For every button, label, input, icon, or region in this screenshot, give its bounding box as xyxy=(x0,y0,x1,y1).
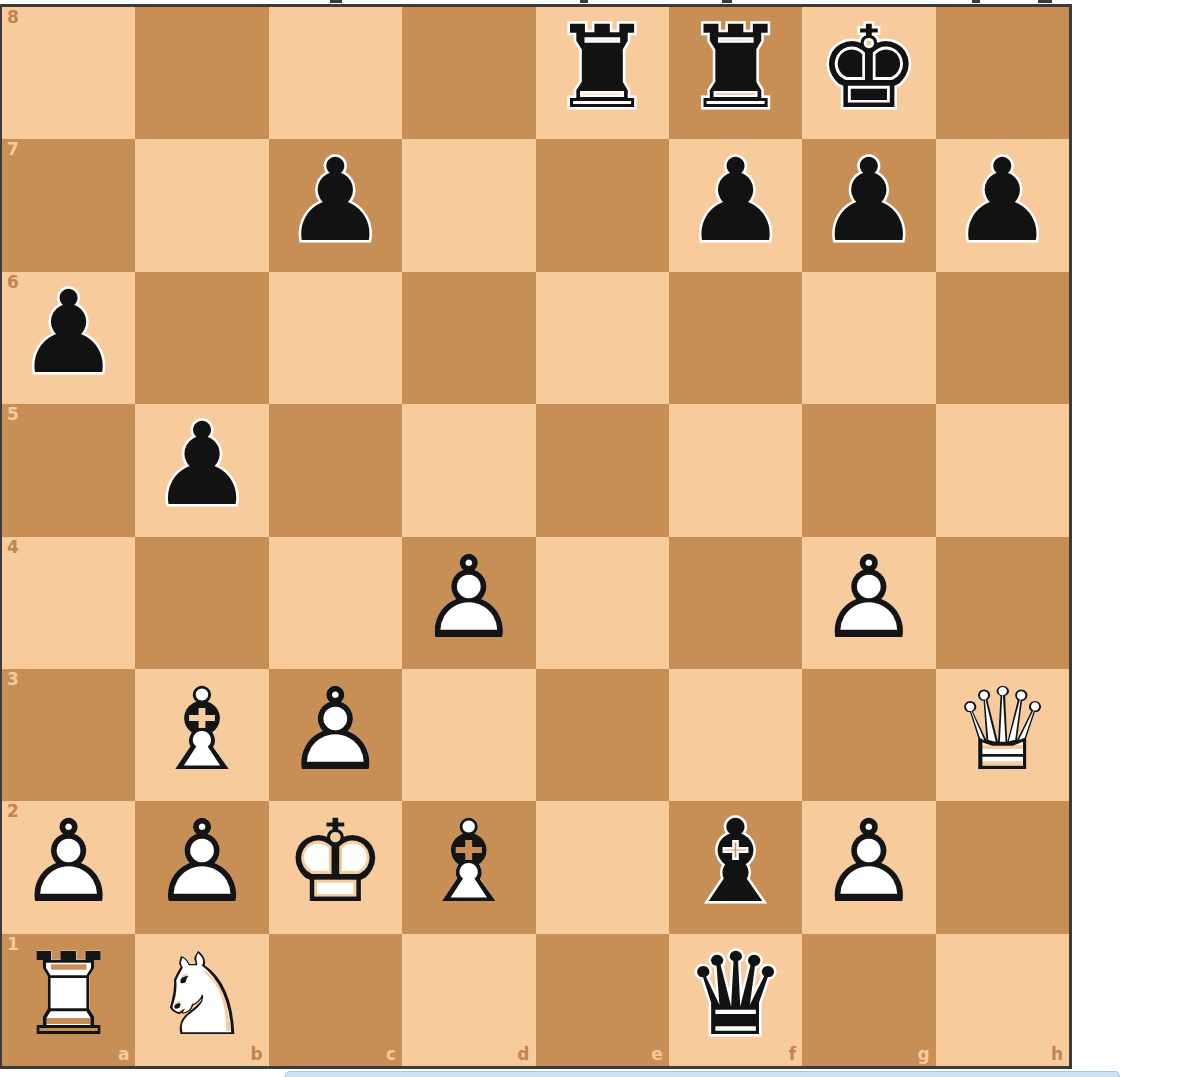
square-c2[interactable]: ♚♔ xyxy=(269,801,402,933)
square-c8[interactable] xyxy=(269,7,402,139)
black-pawn-icon: ♟♟ xyxy=(669,139,802,271)
white-rook-icon: ♜♖ xyxy=(2,934,135,1066)
white-queen-icon: ♛♕ xyxy=(936,669,1069,801)
square-c6[interactable] xyxy=(269,272,402,404)
square-g2[interactable]: ♟♙ xyxy=(802,801,935,933)
square-h8[interactable] xyxy=(936,7,1069,139)
square-h1[interactable]: h xyxy=(936,934,1069,1066)
black-pawn-icon: ♟♟ xyxy=(269,139,402,271)
square-g3[interactable] xyxy=(802,669,935,801)
square-f7[interactable]: ♟♟ xyxy=(669,139,802,271)
square-d4[interactable]: ♟♙ xyxy=(402,537,535,669)
square-f6[interactable] xyxy=(669,272,802,404)
square-c1[interactable]: c xyxy=(269,934,402,1066)
square-h7[interactable]: ♟♟ xyxy=(936,139,1069,271)
square-a6[interactable]: 6♟♟ xyxy=(2,272,135,404)
black-queen-icon: ♛♛ xyxy=(669,934,802,1066)
horizontal-scrollbar-thumb[interactable] xyxy=(285,1071,1120,1077)
square-a8[interactable]: 8 xyxy=(2,7,135,139)
white-bishop-icon: ♝♗ xyxy=(135,669,268,801)
file-label-g: g xyxy=(917,1046,929,1063)
square-e6[interactable] xyxy=(536,272,669,404)
square-b8[interactable] xyxy=(135,7,268,139)
square-e5[interactable] xyxy=(536,404,669,536)
square-d6[interactable] xyxy=(402,272,535,404)
black-pawn-icon: ♟♟ xyxy=(936,139,1069,271)
file-label-c: c xyxy=(386,1046,396,1063)
black-bishop-icon: ♝♝ xyxy=(669,801,802,933)
square-b5[interactable]: ♟♟ xyxy=(135,404,268,536)
square-g1[interactable]: g xyxy=(802,934,935,1066)
rank-label-8: 8 xyxy=(7,9,19,26)
square-f2[interactable]: ♝♝ xyxy=(669,801,802,933)
black-pawn-icon: ♟♟ xyxy=(135,404,268,536)
white-pawn-icon: ♟♙ xyxy=(402,537,535,669)
white-knight-icon: ♞♘ xyxy=(135,934,268,1066)
file-label-a: a xyxy=(118,1046,129,1063)
square-c3[interactable]: ♟♙ xyxy=(269,669,402,801)
square-a1[interactable]: 1a♜♖ xyxy=(2,934,135,1066)
black-rook-icon: ♜♜ xyxy=(536,7,669,139)
square-e2[interactable] xyxy=(536,801,669,933)
square-a3[interactable]: 3 xyxy=(2,669,135,801)
cropped-text-fragment xyxy=(722,0,732,3)
square-h3[interactable]: ♛♕ xyxy=(936,669,1069,801)
square-g6[interactable] xyxy=(802,272,935,404)
square-b1[interactable]: b♞♘ xyxy=(135,934,268,1066)
rank-label-1: 1 xyxy=(7,936,19,953)
cropped-text-fragment xyxy=(330,0,342,3)
square-d5[interactable] xyxy=(402,404,535,536)
square-d8[interactable] xyxy=(402,7,535,139)
square-e8[interactable]: ♜♜ xyxy=(536,7,669,139)
square-c4[interactable] xyxy=(269,537,402,669)
white-king-icon: ♚♔ xyxy=(269,801,402,933)
square-g8[interactable]: ♚♚ xyxy=(802,7,935,139)
square-b2[interactable]: ♟♙ xyxy=(135,801,268,933)
cropped-text-fragment xyxy=(972,0,980,3)
white-pawn-icon: ♟♙ xyxy=(802,537,935,669)
square-g5[interactable] xyxy=(802,404,935,536)
square-g4[interactable]: ♟♙ xyxy=(802,537,935,669)
square-b6[interactable] xyxy=(135,272,268,404)
white-pawn-icon: ♟♙ xyxy=(135,801,268,933)
chess-board: 8♜♜♜♜♚♚7♟♟♟♟♟♟♟♟6♟♟5♟♟4♟♙♟♙3♝♗♟♙♛♕2♟♙♟♙♚… xyxy=(2,7,1069,1066)
square-b3[interactable]: ♝♗ xyxy=(135,669,268,801)
square-e4[interactable] xyxy=(536,537,669,669)
rank-label-3: 3 xyxy=(7,671,19,688)
file-label-b: b xyxy=(251,1046,263,1063)
chess-board-frame: 8♜♜♜♜♚♚7♟♟♟♟♟♟♟♟6♟♟5♟♟4♟♙♟♙3♝♗♟♙♛♕2♟♙♟♙♚… xyxy=(0,4,1072,1069)
white-bishop-icon: ♝♗ xyxy=(402,801,535,933)
rank-label-2: 2 xyxy=(7,803,19,820)
file-label-f: f xyxy=(789,1046,796,1063)
rank-label-4: 4 xyxy=(7,539,19,556)
square-c7[interactable]: ♟♟ xyxy=(269,139,402,271)
square-g7[interactable]: ♟♟ xyxy=(802,139,935,271)
square-c5[interactable] xyxy=(269,404,402,536)
square-a5[interactable]: 5 xyxy=(2,404,135,536)
square-h2[interactable] xyxy=(936,801,1069,933)
rank-label-6: 6 xyxy=(7,274,19,291)
black-pawn-icon: ♟♟ xyxy=(2,272,135,404)
black-pawn-icon: ♟♟ xyxy=(802,139,935,271)
square-e7[interactable] xyxy=(536,139,669,271)
cropped-text-fragment xyxy=(1038,0,1052,3)
square-f5[interactable] xyxy=(669,404,802,536)
square-d7[interactable] xyxy=(402,139,535,271)
white-pawn-icon: ♟♙ xyxy=(269,669,402,801)
square-b4[interactable] xyxy=(135,537,268,669)
square-a4[interactable]: 4 xyxy=(2,537,135,669)
square-f8[interactable]: ♜♜ xyxy=(669,7,802,139)
square-b7[interactable] xyxy=(135,139,268,271)
white-pawn-icon: ♟♙ xyxy=(2,801,135,933)
square-f3[interactable] xyxy=(669,669,802,801)
black-king-icon: ♚♚ xyxy=(802,7,935,139)
file-label-d: d xyxy=(517,1046,529,1063)
square-h6[interactable] xyxy=(936,272,1069,404)
square-e1[interactable]: e xyxy=(536,934,669,1066)
white-pawn-icon: ♟♙ xyxy=(802,801,935,933)
black-rook-icon: ♜♜ xyxy=(669,7,802,139)
file-label-e: e xyxy=(651,1046,663,1063)
square-h5[interactable] xyxy=(936,404,1069,536)
square-e3[interactable] xyxy=(536,669,669,801)
square-a7[interactable]: 7 xyxy=(2,139,135,271)
square-d3[interactable] xyxy=(402,669,535,801)
square-a2[interactable]: 2♟♙ xyxy=(2,801,135,933)
file-label-h: h xyxy=(1051,1046,1063,1063)
square-f4[interactable] xyxy=(669,537,802,669)
rank-label-7: 7 xyxy=(7,141,19,158)
rank-label-5: 5 xyxy=(7,406,19,423)
square-d2[interactable]: ♝♗ xyxy=(402,801,535,933)
square-h4[interactable] xyxy=(936,537,1069,669)
square-f1[interactable]: f♛♛ xyxy=(669,934,802,1066)
cropped-text-fragment xyxy=(580,0,588,3)
square-d1[interactable]: d xyxy=(402,934,535,1066)
